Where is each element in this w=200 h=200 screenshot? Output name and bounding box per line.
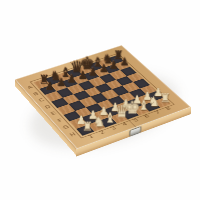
rim-rank-label: 2 bbox=[99, 130, 107, 135]
chess-piece-white-knight: ♞ bbox=[93, 114, 105, 128]
chess-piece-white-knight: ♞ bbox=[148, 95, 160, 108]
chess-piece-black-pawn: ♟ bbox=[109, 60, 119, 71]
rim-rank-label: 7 bbox=[154, 110, 162, 115]
chess-piece-white-rook: ♜ bbox=[159, 92, 170, 104]
rim-rank-label: 6 bbox=[143, 114, 151, 119]
rim-file-label: G bbox=[62, 125, 71, 131]
clasp-latch-icon bbox=[129, 126, 141, 137]
rim-file-label: H bbox=[68, 132, 77, 138]
rim-rank-label: 5 bbox=[132, 118, 140, 123]
rim-rank-label: 8 bbox=[165, 106, 173, 111]
chess-piece-black-pawn: ♟ bbox=[78, 70, 88, 81]
rim-rank-label: 3 bbox=[110, 126, 118, 131]
chess-piece-black-pawn: ♟ bbox=[56, 77, 66, 88]
chess-board: ♜♞♝♛♚♝♞♜♟♟♟♟♟♟♟♟♟♟♟♟♟♟♟♟♜♞♝♛♚♝♞♜ ABCDEFG… bbox=[15, 45, 191, 148]
rim-file-label: D bbox=[44, 104, 52, 109]
product-photo: ♜♞♝♛♚♝♞♜♟♟♟♟♟♟♟♟♟♟♟♟♟♟♟♟♜♞♝♛♚♝♞♜ ABCDEFG… bbox=[0, 0, 200, 200]
rim-file-label: B bbox=[32, 91, 40, 96]
chess-piece-white-bishop: ♝ bbox=[104, 110, 116, 124]
chess-set-scene: ♜♞♝♛♚♝♞♜♟♟♟♟♟♟♟♟♟♟♟♟♟♟♟♟♜♞♝♛♚♝♞♜ ABCDEFG… bbox=[37, 29, 165, 157]
chess-piece-black-pawn: ♟ bbox=[67, 74, 77, 85]
chess-piece-black-pawn: ♟ bbox=[99, 63, 109, 74]
rim-rank-label: 1 bbox=[87, 134, 95, 140]
rim-file-label: F bbox=[56, 118, 63, 123]
chess-piece-black-pawn: ♟ bbox=[45, 81, 55, 92]
chess-piece-black-pawn: ♟ bbox=[120, 57, 130, 68]
rim-file-label: C bbox=[38, 98, 46, 103]
chess-piece-white-rook: ♜ bbox=[82, 120, 93, 133]
rim-rank-label: 4 bbox=[121, 122, 129, 127]
rim-file-label: E bbox=[50, 111, 57, 116]
chess-piece-black-pawn: ♟ bbox=[88, 67, 98, 78]
rim-file-label: A bbox=[27, 85, 34, 90]
